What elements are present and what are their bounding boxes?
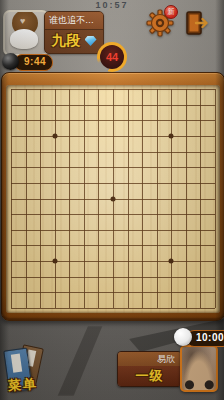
- black-timer: 9:44: [14, 54, 53, 71]
- settings-button[interactable]: 新: [146, 9, 174, 37]
- star-point: [169, 133, 174, 138]
- board-grid: [11, 89, 215, 308]
- menu-button-label: 菜单: [1, 375, 44, 396]
- top-player-rank: 九段: [52, 32, 82, 50]
- game-screen: 10:57 谁也追不… 九段 新: [0, 0, 224, 400]
- grid-line-v: [128, 89, 129, 308]
- star-point: [52, 133, 57, 138]
- settings-new-badge: 新: [164, 5, 178, 19]
- bottom-player-panel: 易欣 一级: [117, 351, 182, 387]
- menu-button[interactable]: 菜单: [2, 343, 44, 397]
- grid-line-h: [11, 292, 215, 293]
- white-stone-icon: [174, 328, 192, 346]
- top-player-panel: 谁也追不… 九段: [44, 11, 104, 54]
- avatar-cup-image: [10, 29, 38, 49]
- star-point: [169, 259, 174, 264]
- exit-door-icon: [183, 9, 211, 37]
- grid-line-v: [142, 89, 143, 308]
- grid-line-v: [157, 89, 158, 308]
- goban-board: [1, 72, 224, 321]
- top-player-name: 谁也追不…: [45, 12, 103, 30]
- bottom-player-avatar[interactable]: [180, 345, 218, 392]
- board-surface[interactable]: [6, 85, 220, 313]
- grid-line-h: [11, 277, 215, 278]
- grid-line-v: [215, 89, 216, 308]
- move-counter-value: 44: [100, 45, 124, 69]
- star-point: [52, 259, 57, 264]
- bottom-player-rank: 一级: [136, 367, 164, 385]
- move-counter-badge: 44: [97, 42, 127, 72]
- diamond-icon: [85, 36, 97, 46]
- exit-button[interactable]: [183, 9, 211, 37]
- grid-line-v: [171, 89, 172, 308]
- grid-line-h: [11, 214, 215, 215]
- grid-line-h: [11, 245, 215, 246]
- top-player-avatar[interactable]: [3, 10, 49, 56]
- grid-line-v: [186, 89, 187, 308]
- black-stone-icon: [2, 53, 19, 70]
- star-point: [111, 196, 116, 201]
- grid-line-h: [11, 230, 215, 231]
- grid-line-v: [200, 89, 201, 308]
- grid-line-h: [11, 308, 215, 309]
- grid-line-h: [11, 261, 215, 262]
- bottom-player-name: 易欣: [118, 352, 181, 366]
